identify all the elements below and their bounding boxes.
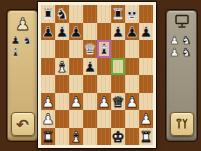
square-a6[interactable] (41, 40, 55, 58)
square-d2[interactable] (83, 110, 97, 128)
piece-white-bishop: ♝ (55, 58, 69, 76)
square-f8[interactable]: ♜ (111, 5, 125, 23)
captured-white-knight-icon: ♞ (181, 47, 192, 59)
white-player-panel: ♟ ♟♞♝ ↶ (7, 10, 38, 141)
square-f5[interactable] (111, 58, 125, 76)
piece-white-king: ♚ (111, 128, 125, 146)
square-b2[interactable] (55, 110, 69, 128)
square-g1[interactable] (125, 128, 139, 146)
piece-black-pawn: ♟ (111, 23, 125, 41)
piece-white-queen: ♛ (111, 93, 125, 111)
piece-white-bishop: ♝ (69, 128, 83, 146)
tools-icon (175, 117, 189, 131)
square-a3[interactable]: ♟ (41, 93, 55, 111)
square-f3[interactable]: ♛ (111, 93, 125, 111)
computer-player-icon (167, 14, 196, 34)
square-g7[interactable]: ♟ (125, 23, 139, 41)
piece-black-pawn: ♟ (83, 58, 97, 76)
square-g6[interactable] (125, 40, 139, 58)
square-e6[interactable]: ♝ (97, 40, 111, 58)
monitor-icon (174, 14, 190, 29)
piece-white-rook: ♜ (139, 128, 153, 146)
piece-white-pawn: ♟ (41, 93, 55, 111)
piece-black-knight: ♞ (55, 5, 69, 23)
square-a1[interactable]: ♜ (41, 128, 55, 146)
piece-black-queen: ♛ (83, 40, 97, 58)
square-h1[interactable]: ♜ (139, 128, 153, 146)
white-player-icon: ♟ (8, 14, 37, 34)
piece-black-rook: ♜ (111, 5, 125, 23)
square-e8[interactable] (97, 5, 111, 23)
piece-white-pawn: ♟ (69, 93, 83, 111)
piece-white-pawn: ♟ (41, 110, 55, 128)
square-a7[interactable]: ♟ (41, 23, 55, 41)
captured-white-pawn-icon: ♟ (169, 47, 180, 59)
square-e7[interactable] (97, 23, 111, 41)
square-d7[interactable] (83, 23, 97, 41)
piece-black-bishop: ♝ (97, 40, 111, 58)
piece-white-pawn: ♟ (97, 93, 111, 111)
piece-black-king: ♚ (125, 5, 139, 23)
piece-black-pawn: ♟ (55, 23, 69, 41)
settings-button[interactable] (170, 112, 194, 136)
piece-white-pawn: ♟ (125, 93, 139, 111)
square-f2[interactable] (111, 110, 125, 128)
square-f4[interactable] (111, 75, 125, 93)
square-h6[interactable] (139, 40, 153, 58)
square-h8[interactable] (139, 5, 153, 23)
square-c6[interactable] (69, 40, 83, 58)
square-f6[interactable] (111, 40, 125, 58)
chess-app-window: ♟ ♟♞♝ ↶ ♜♞♜♚♟♟♟♟♟♟♛♝♝♟♟♟♟♛♟♟♟♜♝♚♜ ♟♞♟♞ (0, 0, 201, 151)
square-d1[interactable] (83, 128, 97, 146)
square-g4[interactable] (125, 75, 139, 93)
white-pawn-icon: ♟ (15, 14, 30, 34)
square-d5[interactable]: ♟ (83, 58, 97, 76)
captured-white-pieces-tray: ♟♞♟♞ (167, 34, 196, 60)
square-e5[interactable] (97, 58, 111, 76)
square-f1[interactable]: ♚ (111, 128, 125, 146)
square-e4[interactable] (97, 75, 111, 93)
square-c4[interactable] (69, 75, 83, 93)
square-c5[interactable] (69, 58, 83, 76)
square-b1[interactable] (55, 128, 69, 146)
square-c1[interactable]: ♝ (69, 128, 83, 146)
square-e2[interactable] (97, 110, 111, 128)
square-c7[interactable]: ♟ (69, 23, 83, 41)
undo-arrow-icon: ↶ (16, 117, 29, 132)
square-c2[interactable] (69, 110, 83, 128)
square-h7[interactable]: ♟ (139, 23, 153, 41)
square-d4[interactable] (83, 75, 97, 93)
square-c3[interactable]: ♟ (69, 93, 83, 111)
captured-black-pieces-tray: ♟♞♝ (8, 34, 37, 60)
square-b4[interactable] (55, 75, 69, 93)
square-e1[interactable] (97, 128, 111, 146)
piece-black-rook: ♜ (41, 5, 55, 23)
captured-black-knight-icon: ♞ (22, 35, 33, 47)
board-grid: ♜♞♜♚♟♟♟♟♟♟♛♝♝♟♟♟♟♛♟♟♟♜♝♚♜ (41, 5, 153, 145)
square-h4[interactable] (139, 75, 153, 93)
square-f7[interactable]: ♟ (111, 23, 125, 41)
undo-button[interactable]: ↶ (11, 112, 35, 136)
square-c8[interactable] (69, 5, 83, 23)
square-a8[interactable]: ♜ (41, 5, 55, 23)
square-b5[interactable]: ♝ (55, 58, 69, 76)
square-b6[interactable] (55, 40, 69, 58)
piece-black-pawn: ♟ (125, 23, 139, 41)
piece-white-pawn: ♟ (139, 110, 153, 128)
square-g8[interactable]: ♚ (125, 5, 139, 23)
captured-black-bishop-icon: ♝ (10, 47, 21, 59)
piece-black-pawn: ♟ (69, 23, 83, 41)
square-b3[interactable] (55, 93, 69, 111)
square-g5[interactable] (125, 58, 139, 76)
piece-white-rook: ♜ (41, 128, 55, 146)
square-d3[interactable] (83, 93, 97, 111)
piece-black-pawn: ♟ (41, 23, 55, 41)
square-b7[interactable]: ♟ (55, 23, 69, 41)
computer-player-panel: ♟♞♟♞ (166, 10, 197, 141)
square-g3[interactable]: ♟ (125, 93, 139, 111)
square-g2[interactable] (125, 110, 139, 128)
square-a2[interactable]: ♟ (41, 110, 55, 128)
square-h2[interactable]: ♟ (139, 110, 153, 128)
square-a5[interactable] (41, 58, 55, 76)
square-d6[interactable]: ♛ (83, 40, 97, 58)
piece-black-pawn: ♟ (139, 23, 153, 41)
square-d8[interactable] (83, 5, 97, 23)
square-a4[interactable] (41, 75, 55, 93)
square-h5[interactable] (139, 58, 153, 76)
chess-board: ♜♞♜♚♟♟♟♟♟♟♛♝♝♟♟♟♟♛♟♟♟♜♝♚♜ (38, 2, 156, 148)
square-b8[interactable]: ♞ (55, 5, 69, 23)
square-h3[interactable] (139, 93, 153, 111)
square-e3[interactable]: ♟ (97, 93, 111, 111)
